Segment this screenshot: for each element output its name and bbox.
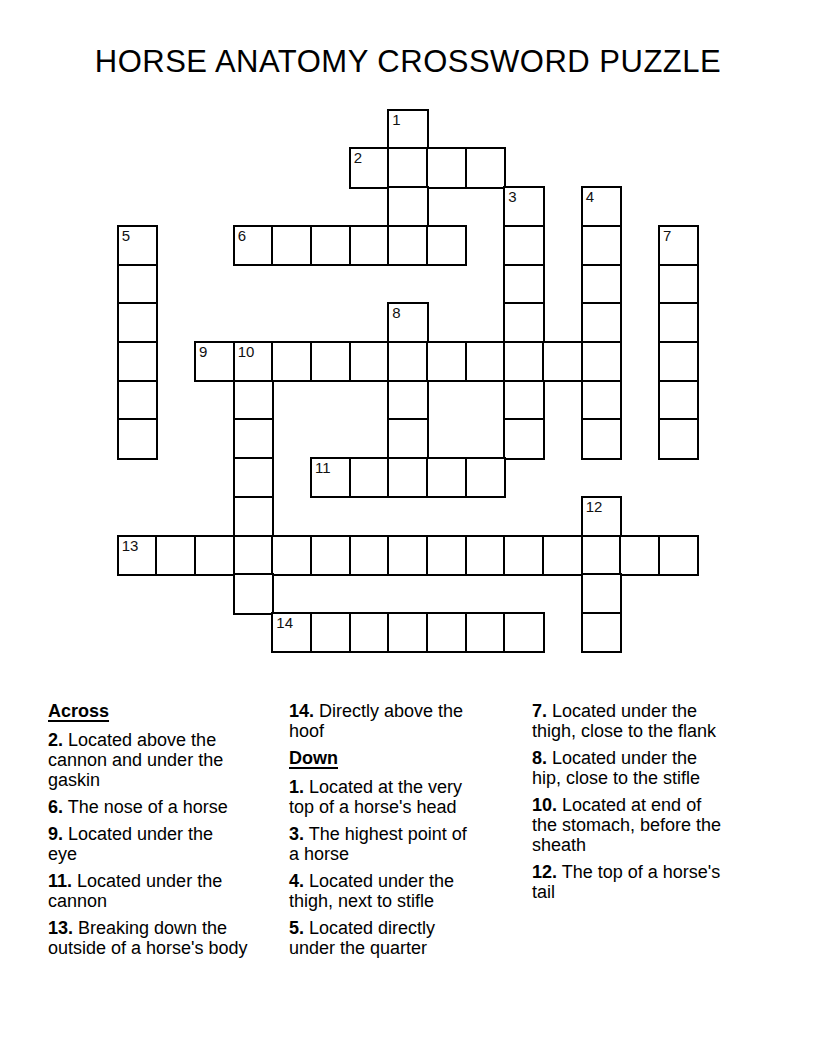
grid-cell[interactable] (310, 225, 351, 266)
clue-number: 10. (532, 795, 557, 815)
grid-cell[interactable]: 3 (503, 186, 544, 227)
clue-column-3: 7. Located under thethigh, close to the … (532, 701, 770, 909)
grid-cell[interactable]: 9 (194, 341, 235, 382)
grid-cell[interactable] (233, 418, 274, 459)
grid-cell[interactable]: 12 (581, 496, 622, 537)
grid-cell[interactable] (581, 535, 622, 576)
grid-cell[interactable] (117, 341, 158, 382)
grid-cell[interactable] (233, 535, 274, 576)
clue-9: 9. Located under theeye (48, 824, 284, 864)
clue-11: 11. Located under thecannon (48, 871, 284, 911)
grid-cell[interactable] (503, 418, 544, 459)
grid-cell[interactable] (310, 341, 351, 382)
grid-cell[interactable] (465, 147, 506, 188)
grid-cell[interactable] (387, 380, 428, 421)
cell-number: 4 (586, 188, 594, 205)
grid-cell[interactable]: 11 (310, 457, 351, 498)
clue-number: 3. (289, 824, 304, 844)
grid-cell[interactable] (349, 341, 390, 382)
grid-cell[interactable] (387, 147, 428, 188)
grid-cell[interactable] (271, 341, 312, 382)
grid-cell[interactable] (542, 341, 583, 382)
grid-cell[interactable] (658, 535, 699, 576)
grid-cell[interactable] (503, 302, 544, 343)
grid-cell[interactable] (542, 535, 583, 576)
grid-cell[interactable]: 5 (117, 225, 158, 266)
grid-cell[interactable] (581, 341, 622, 382)
cell-number: 5 (122, 227, 130, 244)
grid-cell[interactable] (233, 496, 274, 537)
grid-cell[interactable] (194, 535, 235, 576)
grid-cell[interactable] (426, 612, 467, 653)
clue-column-1: Across2. Located above thecannon and und… (48, 701, 284, 965)
grid-cell[interactable] (503, 264, 544, 305)
clue-number: 1. (289, 777, 304, 797)
grid-cell[interactable]: 7 (658, 225, 699, 266)
grid-cell[interactable]: 8 (387, 302, 428, 343)
grid-cell[interactable] (581, 302, 622, 343)
clue-number: 11. (48, 871, 72, 891)
clue-14: 14. Directly above thehoof (289, 701, 521, 741)
clue-section-header-across: Across (48, 701, 284, 721)
clue-4: 4. Located under thethigh, next to stifl… (289, 871, 521, 911)
grid-cell[interactable] (349, 535, 390, 576)
cell-number: 13 (122, 537, 139, 554)
grid-cell[interactable] (503, 341, 544, 382)
clue-number: 9. (48, 824, 63, 844)
grid-cell[interactable] (349, 612, 390, 653)
grid-cell[interactable] (349, 457, 390, 498)
grid-cell[interactable] (658, 302, 699, 343)
clue-13: 13. Breaking down theoutside of a horse'… (48, 918, 284, 958)
grid-cell[interactable] (387, 612, 428, 653)
cell-number: 12 (586, 498, 603, 515)
grid-cell[interactable] (117, 418, 158, 459)
clue-2: 2. Located above thecannon and under the… (48, 730, 284, 790)
grid-cell[interactable]: 10 (233, 341, 274, 382)
grid-cell[interactable] (503, 225, 544, 266)
cell-number: 1 (392, 111, 400, 128)
grid-cell[interactable] (233, 457, 274, 498)
grid-cell[interactable] (387, 418, 428, 459)
grid-cell[interactable] (581, 225, 622, 266)
clue-number: 5. (289, 918, 304, 938)
grid-cell[interactable] (117, 380, 158, 421)
cell-number: 10 (238, 343, 255, 360)
grid-cell[interactable]: 2 (349, 147, 390, 188)
grid-cell[interactable]: 1 (387, 109, 428, 150)
cell-number: 8 (392, 304, 400, 321)
grid-cell[interactable] (581, 573, 622, 614)
clue-number: 2. (48, 730, 63, 750)
grid-cell[interactable] (426, 225, 467, 266)
grid-cell[interactable]: 6 (233, 225, 274, 266)
grid-cell[interactable] (503, 535, 544, 576)
grid-cell[interactable]: 14 (271, 612, 312, 653)
grid-cell[interactable] (465, 535, 506, 576)
cell-number: 3 (508, 188, 516, 205)
grid-cell[interactable] (271, 535, 312, 576)
cell-number: 6 (238, 227, 246, 244)
grid-cell[interactable] (387, 535, 428, 576)
clue-number: 12. (532, 862, 557, 882)
clue-number: 14. (289, 701, 314, 721)
grid-cell[interactable] (658, 341, 699, 382)
clue-number: 13. (48, 918, 73, 938)
grid-cell[interactable]: 4 (581, 186, 622, 227)
grid-cell[interactable] (233, 573, 274, 614)
grid-cell[interactable] (465, 457, 506, 498)
puzzle-page: HORSE ANATOMY CROSSWORD PUZZLE 123456789… (0, 0, 816, 1056)
grid-cell[interactable] (581, 264, 622, 305)
clue-number: 7. (532, 701, 547, 721)
cell-number: 9 (199, 343, 207, 360)
grid-cell[interactable] (310, 612, 351, 653)
grid-cell[interactable] (387, 225, 428, 266)
grid-cell[interactable] (387, 186, 428, 227)
grid-cell[interactable] (310, 535, 351, 576)
clue-3: 3. The highest point ofa horse (289, 824, 521, 864)
crossword-grid: 1234567891011121314 (118, 110, 698, 652)
clue-10: 10. Located at end ofthe stomach, before… (532, 795, 770, 855)
grid-cell[interactable] (581, 612, 622, 653)
clue-number: 6. (48, 797, 63, 817)
grid-cell[interactable] (503, 380, 544, 421)
cell-number: 7 (663, 227, 671, 244)
clue-7: 7. Located under thethigh, close to the … (532, 701, 770, 741)
cell-number: 11 (315, 459, 331, 476)
grid-cell[interactable] (117, 302, 158, 343)
grid-cell[interactable] (658, 380, 699, 421)
clue-6: 6. The nose of a horse (48, 797, 284, 817)
clue-number: 8. (532, 748, 547, 768)
clue-1: 1. Located at the verytop of a horse's h… (289, 777, 521, 817)
grid-cell[interactable] (271, 225, 312, 266)
clue-section-header-down: Down (289, 748, 521, 768)
grid-cell[interactable] (581, 418, 622, 459)
grid-cell[interactable] (349, 225, 390, 266)
grid-cell[interactable] (465, 341, 506, 382)
cell-number: 14 (276, 614, 293, 631)
clue-number: 4. (289, 871, 304, 891)
grid-cell[interactable] (426, 457, 467, 498)
grid-cell[interactable] (658, 264, 699, 305)
grid-cell[interactable] (155, 535, 196, 576)
grid-cell[interactable]: 13 (117, 535, 158, 576)
grid-cell[interactable] (426, 535, 467, 576)
clue-8: 8. Located under thehip, close to the st… (532, 748, 770, 788)
grid-cell[interactable] (233, 380, 274, 421)
grid-cell[interactable] (465, 612, 506, 653)
grid-cell[interactable] (658, 418, 699, 459)
grid-cell[interactable] (503, 612, 544, 653)
grid-cell[interactable] (581, 380, 622, 421)
grid-cell[interactable] (387, 457, 428, 498)
clue-5: 5. Located directlyunder the quarter (289, 918, 521, 958)
cell-number: 2 (354, 149, 362, 166)
grid-cell[interactable] (426, 341, 467, 382)
clue-column-2: 14. Directly above thehoofDown1. Located… (289, 701, 521, 965)
clue-12: 12. The top of a horse'stail (532, 862, 770, 902)
grid-cell[interactable] (426, 147, 467, 188)
page-title: HORSE ANATOMY CROSSWORD PUZZLE (0, 44, 816, 80)
grid-cell[interactable] (619, 535, 660, 576)
grid-cell[interactable] (387, 341, 428, 382)
grid-cell[interactable] (117, 264, 158, 305)
